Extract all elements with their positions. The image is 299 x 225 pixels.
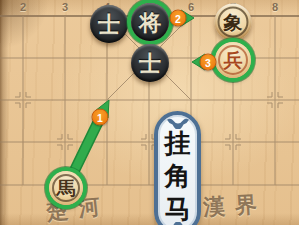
step-marker-3: 3 <box>200 54 217 71</box>
technique-banner: 挂 角 马 <box>154 111 201 225</box>
step-number: 1 <box>97 111 103 123</box>
xiangqi-board[interactable]: 楚河 漢界 2 3 4 5 6 7 8 士 将 士 象 兵 馬 1 2 <box>0 0 299 225</box>
banner-text: 挂 角 马 <box>165 130 191 222</box>
step-marker-1: 1 <box>92 109 109 126</box>
move-arrowheads <box>0 0 299 225</box>
banner-ornament-bottom-icon <box>165 222 191 225</box>
banner-char-2: 角 <box>165 163 191 189</box>
step-number: 2 <box>175 12 181 24</box>
step-marker-2: 2 <box>170 10 187 27</box>
banner-char-3: 马 <box>165 196 191 222</box>
step-number: 3 <box>205 56 211 68</box>
banner-char-1: 挂 <box>165 130 191 156</box>
